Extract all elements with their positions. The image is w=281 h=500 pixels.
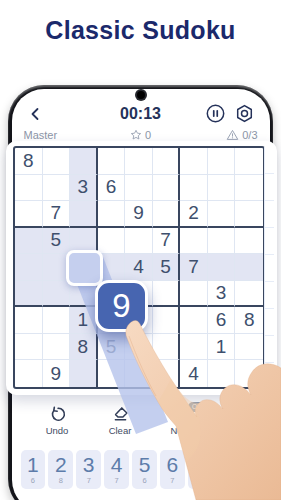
numpad-remaining-count: 7 — [87, 477, 91, 485]
sudoku-cell[interactable]: 5 — [98, 334, 126, 361]
numpad-key-5[interactable]: 56 — [132, 450, 157, 489]
sudoku-cell[interactable]: 8 — [70, 334, 98, 361]
numpad-remaining-count: 6 — [226, 477, 230, 485]
numpad-key-9[interactable]: 97 — [244, 450, 269, 489]
stars-count: 0 — [145, 129, 151, 141]
sudoku-cell[interactable]: 8 — [235, 307, 263, 334]
sudoku-cell[interactable] — [235, 281, 263, 308]
sudoku-cell[interactable]: 9 — [43, 360, 71, 387]
numpad-remaining-count: 6 — [142, 477, 146, 485]
sudoku-cell[interactable] — [153, 281, 181, 308]
game-header: 00:13 — [12, 103, 270, 125]
numpad-remaining-count: 7 — [170, 477, 174, 485]
numpad-key-7[interactable]: 76 — [188, 450, 213, 489]
sudoku-cell[interactable]: 2 — [180, 201, 208, 228]
sudoku-cell[interactable]: 1 — [208, 334, 236, 361]
screenshot-stage: Classic Sudoku 00:13 — [0, 0, 281, 500]
sudoku-cell[interactable] — [208, 148, 236, 175]
star-icon — [130, 129, 142, 141]
sudoku-cell[interactable] — [180, 148, 208, 175]
numpad-remaining-count: 8 — [59, 477, 63, 485]
sudoku-cell[interactable]: 8 — [15, 148, 43, 175]
undo-icon — [49, 406, 66, 423]
sudoku-cell[interactable] — [125, 360, 153, 387]
numpad-digit: 1 — [27, 454, 39, 475]
sudoku-cell[interactable] — [153, 148, 181, 175]
numpad-digit: 7 — [194, 454, 206, 475]
sudoku-cell[interactable] — [208, 228, 236, 255]
sudoku-cell[interactable] — [180, 228, 208, 255]
sudoku-cell[interactable]: 4 — [180, 360, 208, 387]
sudoku-cell[interactable] — [153, 334, 181, 361]
numpad-remaining-count: 7 — [115, 477, 119, 485]
sudoku-grid: 836792574571316885194 — [13, 146, 265, 389]
sudoku-cell[interactable] — [43, 148, 71, 175]
sudoku-cell[interactable] — [153, 175, 181, 202]
sudoku-cell[interactable] — [15, 175, 43, 202]
settings-button[interactable] — [235, 104, 254, 123]
sudoku-cell[interactable]: 5 — [153, 254, 181, 281]
sudoku-cell[interactable] — [180, 175, 208, 202]
camera-hole — [137, 91, 145, 99]
sudoku-cell[interactable] — [153, 307, 181, 334]
notes-badge: Off — [188, 402, 205, 412]
sudoku-cell[interactable] — [98, 201, 126, 228]
numpad-digit: 4 — [111, 454, 123, 475]
sudoku-cell[interactable] — [208, 360, 236, 387]
sudoku-cell[interactable] — [235, 148, 263, 175]
numpad-key-2[interactable]: 28 — [48, 450, 73, 489]
sudoku-cell[interactable]: 1 — [70, 307, 98, 334]
board-margin-pattern — [264, 147, 274, 387]
pause-icon — [206, 104, 225, 123]
sudoku-cell[interactable]: 6 — [98, 175, 126, 202]
sudoku-cell[interactable] — [180, 281, 208, 308]
numpad-digit: 9 — [250, 454, 262, 475]
sudoku-cell[interactable] — [180, 307, 208, 334]
sudoku-cell[interactable] — [15, 228, 43, 255]
sudoku-cell[interactable] — [235, 175, 263, 202]
sudoku-cell[interactable] — [180, 334, 208, 361]
sudoku-cell[interactable] — [15, 201, 43, 228]
sudoku-cell[interactable] — [235, 201, 263, 228]
sudoku-cell[interactable] — [43, 307, 71, 334]
numpad-digit: 5 — [139, 454, 151, 475]
clear-label: Clear — [109, 425, 132, 436]
sudoku-cell[interactable] — [208, 254, 236, 281]
sudoku-cell[interactable] — [208, 201, 236, 228]
sudoku-cell[interactable] — [153, 201, 181, 228]
sudoku-cell[interactable] — [15, 281, 43, 308]
sudoku-cell[interactable]: 4 — [125, 254, 153, 281]
numpad-digit: 3 — [83, 454, 95, 475]
sudoku-cell[interactable] — [15, 334, 43, 361]
placing-tile[interactable]: 9 — [95, 280, 148, 332]
sudoku-cell[interactable] — [15, 254, 43, 281]
sudoku-cell[interactable] — [235, 228, 263, 255]
mistakes-count: 0/3 — [242, 129, 257, 141]
undo-button[interactable]: Undo — [26, 406, 89, 436]
numpad-remaining-count: 7 — [254, 477, 258, 485]
numpad-key-4[interactable]: 47 — [104, 450, 129, 489]
sudoku-cell[interactable] — [43, 175, 71, 202]
warning-icon — [226, 129, 239, 141]
toolbar: Undo Clear Off Notes — [26, 406, 216, 436]
sudoku-cell[interactable] — [15, 360, 43, 387]
sudoku-cell[interactable]: 7 — [43, 201, 71, 228]
sudoku-cell[interactable] — [125, 175, 153, 202]
numpad-key-3[interactable]: 37 — [76, 450, 101, 489]
sudoku-cell[interactable] — [98, 360, 126, 387]
pause-button[interactable] — [206, 104, 225, 123]
undo-label: Undo — [46, 425, 69, 436]
sudoku-cell[interactable]: 7 — [180, 254, 208, 281]
sudoku-cell[interactable] — [125, 148, 153, 175]
sudoku-cell[interactable] — [43, 281, 71, 308]
sudoku-cell[interactable] — [70, 360, 98, 387]
notes-button[interactable]: Off Notes — [152, 406, 215, 436]
numpad-key-1[interactable]: 16 — [21, 450, 46, 489]
sudoku-cell[interactable]: 3 — [70, 175, 98, 202]
sudoku-cell[interactable] — [70, 148, 98, 175]
sudoku-cell[interactable]: 7 — [153, 228, 181, 255]
sudoku-cell[interactable] — [98, 148, 126, 175]
sudoku-cell[interactable]: 3 — [208, 281, 236, 308]
sudoku-cell[interactable] — [208, 175, 236, 202]
numpad-digit: 2 — [55, 454, 67, 475]
sudoku-cell[interactable]: 9 — [125, 201, 153, 228]
sudoku-cell[interactable] — [70, 201, 98, 228]
board-card: 836792574571316885194 — [6, 141, 277, 395]
clear-button[interactable]: Clear — [89, 406, 152, 436]
sudoku-cell[interactable] — [235, 360, 263, 387]
sudoku-cell[interactable] — [235, 334, 263, 361]
sudoku-cell[interactable] — [235, 254, 263, 281]
numpad-digit: 8 — [222, 454, 234, 475]
sudoku-cell[interactable] — [43, 334, 71, 361]
numpad-key-6[interactable]: 67 — [160, 450, 185, 489]
numpad-digit: 6 — [167, 454, 179, 475]
numpad-remaining-count: 6 — [31, 477, 35, 485]
selected-cell[interactable] — [66, 250, 103, 286]
numpad: 162837475667768697 — [21, 450, 269, 489]
sudoku-cell[interactable] — [125, 334, 153, 361]
numpad-key-8[interactable]: 86 — [216, 450, 241, 489]
sudoku-cell[interactable] — [153, 360, 181, 387]
notes-label: Notes — [171, 425, 196, 436]
sudoku-cell[interactable]: 6 — [208, 307, 236, 334]
numpad-remaining-count: 6 — [198, 477, 202, 485]
gear-icon — [235, 104, 254, 123]
sudoku-cell[interactable] — [125, 228, 153, 255]
sudoku-cell[interactable] — [15, 307, 43, 334]
page-title: Classic Sudoku — [0, 16, 281, 45]
game-subheader: Master 0 0/3 — [12, 128, 270, 142]
sudoku-cell[interactable]: 5 — [43, 228, 71, 255]
eraser-icon — [112, 406, 129, 423]
sudoku-cell[interactable] — [98, 228, 126, 255]
